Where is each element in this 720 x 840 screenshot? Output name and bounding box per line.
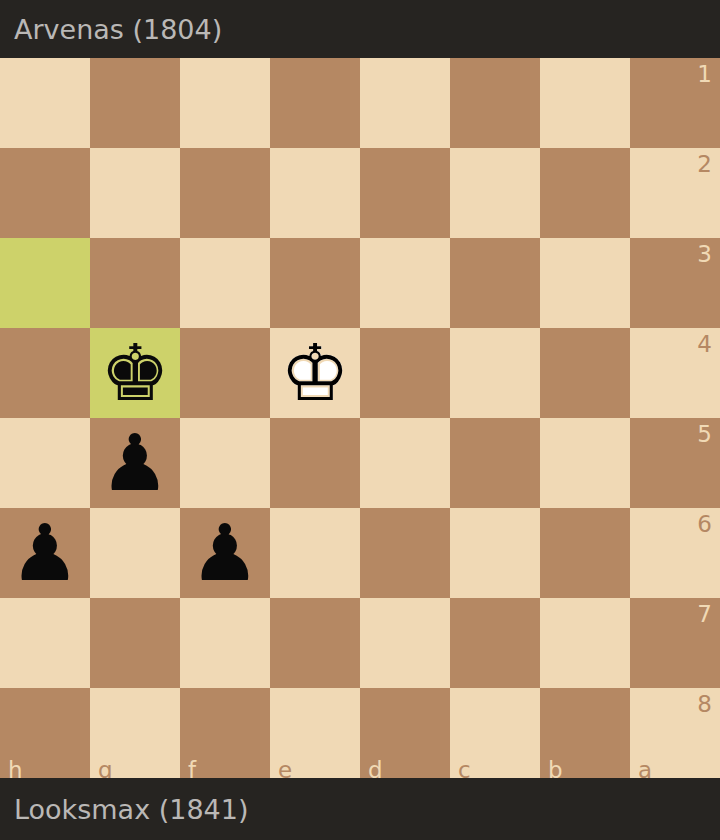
rank-label-5: 5 (697, 423, 712, 446)
rank-label-6: 6 (697, 513, 712, 536)
file-label-h: h (8, 759, 23, 778)
top-player-label: Arvenas (1804) (14, 14, 222, 45)
file-label-e: e (278, 759, 292, 778)
square-h6[interactable]: ♟ (0, 508, 90, 598)
file-label-g: g (98, 759, 113, 778)
square-g5[interactable]: ♟ (90, 418, 180, 508)
square-f2[interactable] (180, 148, 270, 238)
rank-label-4: 4 (697, 333, 712, 356)
square-e1[interactable] (270, 58, 360, 148)
square-a1[interactable]: 1 (630, 58, 720, 148)
rank-label-8: 8 (697, 693, 712, 716)
square-c8[interactable]: c (450, 688, 540, 778)
square-d7[interactable] (360, 598, 450, 688)
square-b4[interactable] (540, 328, 630, 418)
square-g6[interactable] (90, 508, 180, 598)
square-c3[interactable] (450, 238, 540, 328)
square-c1[interactable] (450, 58, 540, 148)
square-b5[interactable] (540, 418, 630, 508)
bottom-player-label: Looksmax (1841) (14, 794, 249, 825)
file-label-d: d (368, 759, 383, 778)
square-h8[interactable]: h (0, 688, 90, 778)
file-label-c: c (458, 759, 471, 778)
square-a8[interactable]: 8a (630, 688, 720, 778)
square-d4[interactable] (360, 328, 450, 418)
square-h3[interactable] (0, 238, 90, 328)
square-e3[interactable] (270, 238, 360, 328)
square-h4[interactable] (0, 328, 90, 418)
chess-app: Arvenas (1804) 123♚♚♔4♟5♟♟67hgfedcb8a Lo… (0, 0, 720, 840)
square-b7[interactable] (540, 598, 630, 688)
top-player-bar: Arvenas (1804) (0, 0, 720, 58)
square-b8[interactable]: b (540, 688, 630, 778)
square-b6[interactable] (540, 508, 630, 598)
square-b3[interactable] (540, 238, 630, 328)
square-e8[interactable]: e (270, 688, 360, 778)
square-e2[interactable] (270, 148, 360, 238)
square-g1[interactable] (90, 58, 180, 148)
square-h5[interactable] (0, 418, 90, 508)
square-g2[interactable] (90, 148, 180, 238)
rank-label-1: 1 (697, 63, 712, 86)
square-e7[interactable] (270, 598, 360, 688)
square-h1[interactable] (0, 58, 90, 148)
white-king-icon[interactable]: ♔ (270, 328, 360, 418)
square-a2[interactable]: 2 (630, 148, 720, 238)
square-a6[interactable]: 6 (630, 508, 720, 598)
square-d1[interactable] (360, 58, 450, 148)
square-d2[interactable] (360, 148, 450, 238)
bottom-player-bar: Looksmax (1841) (0, 778, 720, 840)
square-c7[interactable] (450, 598, 540, 688)
rank-label-3: 3 (697, 243, 712, 266)
square-c5[interactable] (450, 418, 540, 508)
square-c6[interactable] (450, 508, 540, 598)
square-h2[interactable] (0, 148, 90, 238)
square-g4[interactable]: ♚ (90, 328, 180, 418)
chess-board: 123♚♚♔4♟5♟♟67hgfedcb8a (0, 58, 720, 778)
square-f3[interactable] (180, 238, 270, 328)
file-label-a: a (638, 759, 652, 778)
square-d6[interactable] (360, 508, 450, 598)
black-pawn-icon[interactable]: ♟ (90, 418, 180, 508)
square-e6[interactable] (270, 508, 360, 598)
square-b2[interactable] (540, 148, 630, 238)
square-g3[interactable] (90, 238, 180, 328)
square-h7[interactable] (0, 598, 90, 688)
square-a7[interactable]: 7 (630, 598, 720, 688)
file-label-f: f (188, 759, 196, 778)
square-f4[interactable] (180, 328, 270, 418)
square-f8[interactable]: f (180, 688, 270, 778)
black-pawn-icon[interactable]: ♟ (180, 508, 270, 598)
square-d3[interactable] (360, 238, 450, 328)
square-f5[interactable] (180, 418, 270, 508)
square-d8[interactable]: d (360, 688, 450, 778)
square-c2[interactable] (450, 148, 540, 238)
square-f1[interactable] (180, 58, 270, 148)
square-f7[interactable] (180, 598, 270, 688)
square-g7[interactable] (90, 598, 180, 688)
black-pawn-icon[interactable]: ♟ (0, 508, 90, 598)
square-a5[interactable]: 5 (630, 418, 720, 508)
rank-label-2: 2 (697, 153, 712, 176)
square-f6[interactable]: ♟ (180, 508, 270, 598)
square-a4[interactable]: 4 (630, 328, 720, 418)
square-d5[interactable] (360, 418, 450, 508)
square-g8[interactable]: g (90, 688, 180, 778)
square-c4[interactable] (450, 328, 540, 418)
square-a3[interactable]: 3 (630, 238, 720, 328)
square-e5[interactable] (270, 418, 360, 508)
black-king-icon[interactable]: ♚ (90, 328, 180, 418)
square-b1[interactable] (540, 58, 630, 148)
file-label-b: b (548, 759, 563, 778)
square-e4[interactable]: ♚♔ (270, 328, 360, 418)
rank-label-7: 7 (697, 603, 712, 626)
